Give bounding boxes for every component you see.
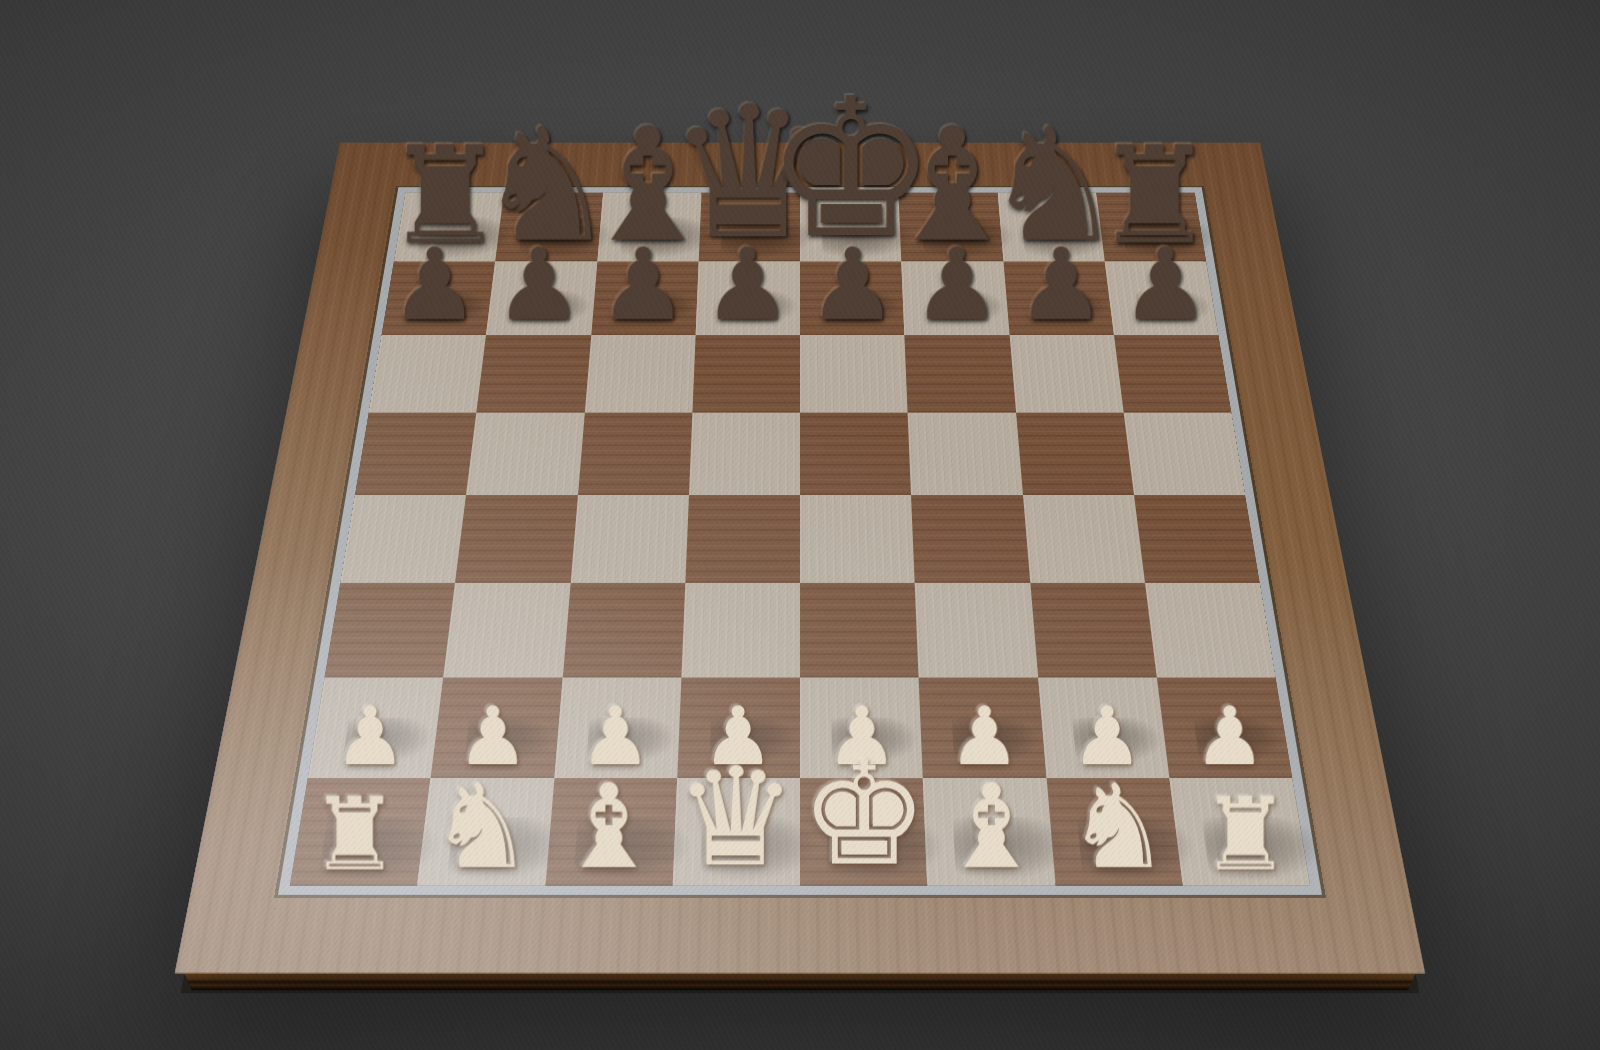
piece-white-knight[interactable]: ♞ <box>1066 772 1171 883</box>
square-a6[interactable] <box>369 335 487 413</box>
square-g5[interactable] <box>1016 412 1134 495</box>
square-h6[interactable] <box>1114 335 1232 413</box>
square-c1[interactable]: ♝ <box>545 778 677 886</box>
piece-black-pawn[interactable]: ♟ <box>912 238 1001 333</box>
square-c6[interactable] <box>584 335 695 413</box>
square-d6[interactable] <box>692 335 800 413</box>
square-b3[interactable] <box>443 583 570 677</box>
board-squares: ♜♞♝♛♚♝♞♜♟♟♟♟♟♟♟♟♟♟♟♟♟♟♟♟♜♞♝♛♚♝♞♜ <box>290 193 1310 886</box>
board-frame-side <box>184 974 1415 991</box>
square-e6[interactable] <box>800 335 908 413</box>
piece-white-bishop[interactable]: ♝ <box>939 772 1044 883</box>
square-e7[interactable]: ♟ <box>800 262 905 335</box>
square-f6[interactable] <box>905 335 1016 413</box>
square-h5[interactable] <box>1123 412 1245 495</box>
square-a4[interactable] <box>340 495 466 583</box>
piece-black-pawn[interactable]: ♟ <box>494 238 583 333</box>
square-g6[interactable] <box>1009 335 1123 413</box>
square-b1[interactable]: ♞ <box>417 778 554 886</box>
square-h4[interactable] <box>1134 495 1260 583</box>
square-c4[interactable] <box>570 495 689 583</box>
square-b6[interactable] <box>477 335 591 413</box>
piece-white-rook[interactable]: ♜ <box>1201 787 1291 883</box>
square-e1[interactable]: ♚ <box>800 778 928 886</box>
square-d5[interactable] <box>689 412 800 495</box>
square-f7[interactable]: ♟ <box>902 262 1010 335</box>
piece-black-pawn[interactable]: ♟ <box>599 238 688 333</box>
piece-white-pawn[interactable]: ♟ <box>334 698 406 775</box>
square-c3[interactable] <box>562 583 685 677</box>
square-c7[interactable]: ♟ <box>591 262 699 335</box>
chess-board: ♜♞♝♛♚♝♞♜♟♟♟♟♟♟♟♟♟♟♟♟♟♟♟♟♜♞♝♛♚♝♞♜ <box>175 143 1425 974</box>
square-a3[interactable] <box>325 583 456 677</box>
glass-rim: ♜♞♝♛♚♝♞♜♟♟♟♟♟♟♟♟♟♟♟♟♟♟♟♟♜♞♝♛♚♝♞♜ <box>278 187 1322 895</box>
piece-black-pawn[interactable]: ♟ <box>703 238 792 333</box>
piece-white-bishop[interactable]: ♝ <box>557 772 662 883</box>
square-d3[interactable] <box>681 583 800 677</box>
square-h2[interactable]: ♟ <box>1157 677 1293 778</box>
piece-white-rook[interactable]: ♜ <box>309 787 399 883</box>
square-g4[interactable] <box>1023 495 1145 583</box>
square-b4[interactable] <box>455 495 577 583</box>
piece-white-pawn[interactable]: ♟ <box>1194 698 1266 775</box>
square-a1[interactable]: ♜ <box>290 778 431 886</box>
square-e5[interactable] <box>800 412 911 495</box>
square-d7[interactable]: ♟ <box>695 262 800 335</box>
square-c5[interactable] <box>578 412 693 495</box>
piece-white-king[interactable]: ♚ <box>800 747 928 883</box>
square-h1[interactable]: ♜ <box>1169 778 1310 886</box>
square-f1[interactable]: ♝ <box>923 778 1055 886</box>
square-g1[interactable]: ♞ <box>1046 778 1183 886</box>
square-a2[interactable]: ♟ <box>308 677 444 778</box>
square-a7[interactable]: ♟ <box>382 262 496 335</box>
piece-black-pawn[interactable]: ♟ <box>1121 238 1210 333</box>
square-e3[interactable] <box>800 583 919 677</box>
piece-black-pawn[interactable]: ♟ <box>1017 238 1106 333</box>
square-f3[interactable] <box>915 583 1038 677</box>
square-g7[interactable]: ♟ <box>1003 262 1114 335</box>
square-g3[interactable] <box>1030 583 1157 677</box>
square-h3[interactable] <box>1145 583 1276 677</box>
square-d1[interactable]: ♛ <box>672 778 800 886</box>
square-b5[interactable] <box>466 412 584 495</box>
square-f4[interactable] <box>911 495 1030 583</box>
piece-black-pawn[interactable]: ♟ <box>808 238 897 333</box>
square-h7[interactable]: ♟ <box>1105 262 1219 335</box>
square-d4[interactable] <box>685 495 800 583</box>
piece-white-knight[interactable]: ♞ <box>429 772 534 883</box>
piece-black-pawn[interactable]: ♟ <box>390 238 479 333</box>
square-f5[interactable] <box>908 412 1023 495</box>
square-e4[interactable] <box>800 495 915 583</box>
square-b7[interactable]: ♟ <box>486 262 597 335</box>
square-a5[interactable] <box>355 412 477 495</box>
scene-background: ♜♞♝♛♚♝♞♜♟♟♟♟♟♟♟♟♟♟♟♟♟♟♟♟♜♞♝♛♚♝♞♜ <box>0 0 1600 1050</box>
piece-white-queen[interactable]: ♛ <box>675 753 797 882</box>
